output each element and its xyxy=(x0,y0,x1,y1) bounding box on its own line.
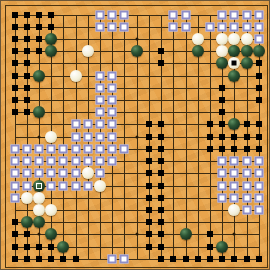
black-territory-marker xyxy=(146,170,152,176)
white-territory-marker xyxy=(10,144,19,153)
white-territory-marker xyxy=(218,181,227,190)
black-territory-marker xyxy=(12,219,18,225)
black-territory-marker xyxy=(24,85,30,91)
white-territory-marker xyxy=(230,22,239,31)
white-territory-marker xyxy=(108,83,117,92)
white-territory-marker xyxy=(71,169,80,178)
black-stone: ● xyxy=(21,216,33,228)
black-territory-marker xyxy=(219,85,225,91)
black-stone: ● xyxy=(33,106,45,118)
white-territory-marker xyxy=(10,157,19,166)
black-territory-marker xyxy=(48,12,54,18)
black-territory-marker xyxy=(24,256,30,262)
white-territory-marker xyxy=(108,157,117,166)
white-territory-marker xyxy=(218,193,227,202)
black-stone: ● xyxy=(253,45,265,57)
black-stone: ● xyxy=(228,45,240,57)
black-territory-marker xyxy=(146,158,152,164)
black-territory-marker xyxy=(12,256,18,262)
white-territory-marker xyxy=(120,144,129,153)
white-territory-marker xyxy=(254,181,263,190)
white-territory-marker xyxy=(169,10,178,19)
black-territory-marker xyxy=(256,134,262,140)
white-territory-marker xyxy=(230,169,239,178)
black-territory-marker xyxy=(146,134,152,140)
black-territory-marker xyxy=(12,60,18,66)
white-territory-marker xyxy=(218,169,227,178)
black-territory-marker xyxy=(146,244,152,250)
black-territory-marker xyxy=(158,244,164,250)
white-territory-marker xyxy=(254,10,263,19)
white-territory-marker xyxy=(254,206,263,215)
white-territory-marker xyxy=(169,22,178,31)
black-territory-marker xyxy=(12,109,18,115)
white-territory-marker xyxy=(83,181,92,190)
black-territory-marker xyxy=(146,207,152,213)
black-territory-marker xyxy=(219,134,225,140)
white-territory-marker xyxy=(47,181,56,190)
white-territory-marker xyxy=(120,10,129,19)
white-territory-marker xyxy=(96,144,105,153)
black-territory-marker xyxy=(219,256,225,262)
black-territory-marker xyxy=(207,244,213,250)
black-territory-marker xyxy=(158,170,164,176)
black-territory-marker xyxy=(73,256,79,262)
black-territory-marker xyxy=(60,256,66,262)
white-stone: ● xyxy=(70,70,82,82)
white-territory-marker xyxy=(108,71,117,80)
white-territory-marker xyxy=(230,181,239,190)
black-stone: ● xyxy=(241,45,253,57)
white-territory-marker xyxy=(96,83,105,92)
black-territory-marker xyxy=(256,256,262,262)
black-stone: ● xyxy=(45,228,57,240)
black-territory-marker xyxy=(24,60,30,66)
white-territory-marker xyxy=(108,10,117,19)
white-stone: ● xyxy=(21,192,33,204)
white-stone: ● xyxy=(241,33,253,45)
black-stone: ● xyxy=(57,241,69,253)
hoshi-point xyxy=(135,37,138,40)
black-territory-marker xyxy=(146,183,152,189)
black-territory-marker xyxy=(36,244,42,250)
white-territory-marker xyxy=(71,144,80,153)
black-territory-marker xyxy=(244,134,250,140)
black-territory-marker xyxy=(244,256,250,262)
black-stone: ● xyxy=(192,45,204,57)
black-territory-marker xyxy=(146,231,152,237)
white-stone: ● xyxy=(228,204,240,216)
white-territory-marker xyxy=(206,22,215,31)
black-territory-marker xyxy=(24,97,30,103)
black-territory-marker xyxy=(183,256,189,262)
black-territory-marker xyxy=(195,256,201,262)
hoshi-point xyxy=(37,233,40,236)
black-territory-marker xyxy=(146,219,152,225)
black-territory-marker xyxy=(24,109,30,115)
hoshi-point xyxy=(233,233,236,236)
black-territory-marker xyxy=(207,256,213,262)
white-territory-marker xyxy=(242,10,251,19)
black-territory-marker xyxy=(158,207,164,213)
black-territory-marker xyxy=(36,36,42,42)
black-territory-marker xyxy=(219,146,225,152)
black-stone: ● xyxy=(216,57,228,69)
white-territory-marker xyxy=(181,22,190,31)
white-stone: ● xyxy=(216,33,228,45)
white-territory-marker xyxy=(96,120,105,129)
white-territory-marker xyxy=(242,181,251,190)
grid-line-horizontal xyxy=(15,222,260,223)
white-territory-marker xyxy=(83,132,92,141)
white-territory-marker xyxy=(96,96,105,105)
white-territory-marker xyxy=(242,193,251,202)
black-territory-marker xyxy=(158,146,164,152)
white-stone: ● xyxy=(192,33,204,45)
white-territory-marker xyxy=(96,22,105,31)
white-territory-marker xyxy=(34,169,43,178)
go-board[interactable]: ●●●●●●●●●●●●●●●●●●●●●●●●●●●●●●●●●●●● xyxy=(1,1,269,269)
black-territory-marker xyxy=(12,12,18,18)
white-territory-marker xyxy=(242,157,251,166)
black-stone: ● xyxy=(216,241,228,253)
black-territory-marker xyxy=(36,24,42,30)
black-territory-marker xyxy=(146,146,152,152)
white-territory-marker xyxy=(108,120,117,129)
black-territory-marker xyxy=(24,73,30,79)
white-territory-marker xyxy=(242,22,251,31)
black-territory-marker xyxy=(256,146,262,152)
black-territory-marker xyxy=(158,231,164,237)
white-territory-marker xyxy=(254,157,263,166)
hoshi-point xyxy=(135,233,138,236)
white-territory-marker xyxy=(71,120,80,129)
black-stone: ● xyxy=(180,228,192,240)
black-territory-marker xyxy=(207,121,213,127)
black-territory-marker xyxy=(244,121,250,127)
white-stone: ● xyxy=(45,131,57,143)
black-territory-marker xyxy=(256,60,262,66)
white-territory-marker xyxy=(108,254,117,263)
black-territory-marker xyxy=(158,219,164,225)
white-territory-marker xyxy=(22,144,31,153)
white-territory-marker xyxy=(59,181,68,190)
white-territory-marker xyxy=(230,193,239,202)
black-stone: ● xyxy=(228,118,240,130)
black-territory-marker xyxy=(24,244,30,250)
black-territory-marker xyxy=(231,256,237,262)
white-territory-marker xyxy=(96,10,105,19)
black-territory-marker xyxy=(256,97,262,103)
white-territory-marker xyxy=(108,22,117,31)
dead-mark-on-black-stone xyxy=(36,183,42,189)
white-territory-marker xyxy=(254,34,263,43)
black-territory-marker xyxy=(48,256,54,262)
white-territory-marker xyxy=(218,22,227,31)
black-territory-marker xyxy=(219,109,225,115)
white-stone: ● xyxy=(45,204,57,216)
black-territory-marker xyxy=(36,48,42,54)
black-territory-marker xyxy=(158,60,164,66)
white-territory-marker xyxy=(22,157,31,166)
black-territory-marker xyxy=(158,183,164,189)
black-territory-marker xyxy=(24,12,30,18)
white-territory-marker xyxy=(22,169,31,178)
black-territory-marker xyxy=(158,134,164,140)
white-stone: ● xyxy=(33,192,45,204)
black-territory-marker xyxy=(231,134,237,140)
white-territory-marker xyxy=(242,206,251,215)
black-territory-marker xyxy=(24,231,30,237)
white-territory-marker xyxy=(59,144,68,153)
black-territory-marker xyxy=(36,256,42,262)
white-territory-marker xyxy=(254,169,263,178)
white-territory-marker xyxy=(83,144,92,153)
black-territory-marker xyxy=(158,121,164,127)
hoshi-point xyxy=(135,135,138,138)
white-territory-marker xyxy=(34,144,43,153)
black-territory-marker xyxy=(219,121,225,127)
black-territory-marker xyxy=(48,24,54,30)
black-territory-marker xyxy=(219,97,225,103)
screenshot-root: ●●●●●●●●●●●●●●●●●●●●●●●●●●●●●●●●●●●● xyxy=(0,0,270,270)
white-territory-marker xyxy=(108,96,117,105)
black-territory-marker xyxy=(12,231,18,237)
black-territory-marker xyxy=(12,85,18,91)
white-territory-marker xyxy=(83,157,92,166)
black-stone: ● xyxy=(45,45,57,57)
black-territory-marker xyxy=(158,158,164,164)
white-territory-marker xyxy=(218,157,227,166)
white-territory-marker xyxy=(34,157,43,166)
white-stone: ● xyxy=(228,33,240,45)
black-territory-marker xyxy=(24,48,30,54)
white-territory-marker xyxy=(230,157,239,166)
dead-mark-on-white-stone xyxy=(232,61,237,66)
white-territory-marker xyxy=(47,157,56,166)
white-territory-marker xyxy=(254,22,263,31)
white-territory-marker xyxy=(71,132,80,141)
white-territory-marker xyxy=(108,108,117,117)
black-territory-marker xyxy=(256,73,262,79)
black-territory-marker xyxy=(12,97,18,103)
black-territory-marker xyxy=(12,48,18,54)
black-territory-marker xyxy=(12,244,18,250)
black-territory-marker xyxy=(207,231,213,237)
white-territory-marker xyxy=(120,254,129,263)
white-stone: ● xyxy=(82,167,94,179)
white-territory-marker xyxy=(181,10,190,19)
black-territory-marker xyxy=(146,121,152,127)
white-stone: ● xyxy=(33,204,45,216)
white-territory-marker xyxy=(120,22,129,31)
white-territory-marker xyxy=(108,132,117,141)
black-territory-marker xyxy=(48,244,54,250)
black-territory-marker xyxy=(170,256,176,262)
black-territory-marker xyxy=(24,24,30,30)
white-territory-marker xyxy=(96,108,105,117)
white-territory-marker xyxy=(83,120,92,129)
white-territory-marker xyxy=(108,144,117,153)
white-territory-marker xyxy=(22,181,31,190)
white-territory-marker xyxy=(10,169,19,178)
black-territory-marker xyxy=(12,24,18,30)
black-territory-marker xyxy=(207,134,213,140)
black-territory-marker xyxy=(231,146,237,152)
black-territory-marker xyxy=(158,48,164,54)
white-territory-marker xyxy=(10,193,19,202)
white-territory-marker xyxy=(96,71,105,80)
black-territory-marker xyxy=(244,146,250,152)
black-territory-marker xyxy=(158,256,164,262)
white-territory-marker xyxy=(47,144,56,153)
white-stone: ● xyxy=(94,180,106,192)
black-territory-marker xyxy=(12,36,18,42)
black-territory-marker xyxy=(146,195,152,201)
white-stone: ● xyxy=(82,45,94,57)
white-territory-marker xyxy=(71,157,80,166)
white-territory-marker xyxy=(10,181,19,190)
white-territory-marker xyxy=(242,169,251,178)
black-stone: ● xyxy=(33,216,45,228)
black-stone: ● xyxy=(131,45,143,57)
black-territory-marker xyxy=(36,12,42,18)
black-territory-marker xyxy=(158,195,164,201)
black-territory-marker xyxy=(207,146,213,152)
black-stone: ● xyxy=(241,57,253,69)
black-territory-marker xyxy=(256,85,262,91)
white-stone: ● xyxy=(216,45,228,57)
white-territory-marker xyxy=(96,157,105,166)
white-territory-marker xyxy=(218,10,227,19)
white-territory-marker xyxy=(59,169,68,178)
white-territory-marker xyxy=(230,10,239,19)
white-territory-marker xyxy=(71,181,80,190)
white-territory-marker xyxy=(47,169,56,178)
white-territory-marker xyxy=(59,157,68,166)
white-territory-marker xyxy=(96,132,105,141)
black-stone: ● xyxy=(33,70,45,82)
white-territory-marker xyxy=(254,193,263,202)
hoshi-point xyxy=(37,135,40,138)
white-territory-marker xyxy=(96,169,105,178)
black-stone: ● xyxy=(228,70,240,82)
black-territory-marker xyxy=(256,121,262,127)
black-territory-marker xyxy=(12,73,18,79)
black-territory-marker xyxy=(24,36,30,42)
black-stone: ● xyxy=(45,33,57,45)
